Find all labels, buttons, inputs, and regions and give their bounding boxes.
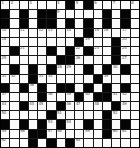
block-cell bbox=[47, 10, 55, 18]
grid-cell[interactable] bbox=[131, 29, 139, 37]
grid-cell[interactable]: 21 bbox=[20, 47, 28, 55]
clue-number: 63 bbox=[76, 139, 81, 143]
block-cell bbox=[1, 19, 9, 27]
grid-cell[interactable] bbox=[112, 120, 120, 128]
grid-cell[interactable]: 28 bbox=[57, 65, 65, 73]
grid-cell[interactable]: 25 bbox=[1, 56, 9, 64]
grid-cell[interactable] bbox=[75, 111, 83, 119]
grid-cell[interactable] bbox=[131, 56, 139, 64]
clue-number: 13 bbox=[48, 29, 53, 33]
grid-cell[interactable] bbox=[29, 10, 37, 18]
block-cell bbox=[84, 29, 92, 37]
grid-cell[interactable]: 1 bbox=[1, 1, 9, 9]
clue-number: 29 bbox=[66, 65, 71, 69]
grid-cell[interactable] bbox=[38, 1, 46, 9]
grid-cell[interactable] bbox=[131, 19, 139, 27]
grid-cell[interactable] bbox=[75, 29, 83, 37]
grid-cell[interactable] bbox=[103, 1, 111, 9]
grid-cell[interactable] bbox=[131, 130, 139, 138]
block-cell bbox=[84, 65, 92, 73]
block-cell bbox=[121, 120, 129, 128]
block-cell bbox=[29, 139, 37, 147]
grid-cell[interactable] bbox=[1, 65, 9, 73]
grid-cell[interactable] bbox=[66, 111, 74, 119]
grid-cell[interactable]: 27 bbox=[121, 56, 129, 64]
clue-number: 6 bbox=[94, 1, 96, 5]
grid-cell[interactable]: 14 bbox=[66, 29, 74, 37]
grid-cell[interactable] bbox=[94, 38, 102, 46]
grid-cell[interactable] bbox=[94, 139, 102, 147]
block-cell bbox=[20, 10, 28, 18]
grid-cell[interactable] bbox=[75, 130, 83, 138]
grid-cell[interactable] bbox=[57, 139, 65, 147]
grid-cell[interactable] bbox=[112, 84, 120, 92]
block-cell bbox=[10, 65, 18, 73]
grid-cell[interactable] bbox=[94, 130, 102, 138]
grid-cell[interactable]: 5 bbox=[75, 1, 83, 9]
block-cell bbox=[103, 65, 111, 73]
grid-cell[interactable] bbox=[10, 38, 18, 46]
block-cell bbox=[66, 1, 74, 9]
grid-cell[interactable]: 39 bbox=[66, 93, 74, 101]
clue-number: 42 bbox=[122, 93, 127, 97]
block-cell bbox=[20, 102, 28, 110]
clue-number: 7 bbox=[113, 1, 115, 5]
grid-cell[interactable] bbox=[75, 120, 83, 128]
block-cell bbox=[66, 56, 74, 64]
grid-cell[interactable] bbox=[10, 84, 18, 92]
grid-cell[interactable] bbox=[29, 93, 37, 101]
grid-cell[interactable] bbox=[131, 93, 139, 101]
clue-number: 52 bbox=[113, 111, 118, 115]
block-cell bbox=[103, 84, 111, 92]
grid-cell[interactable]: 53 bbox=[47, 120, 55, 128]
clue-number: 30 bbox=[113, 65, 118, 69]
block-cell bbox=[38, 130, 46, 138]
grid-cell[interactable]: 52 bbox=[112, 111, 120, 119]
clue-number: 32 bbox=[11, 75, 16, 79]
grid-cell[interactable] bbox=[10, 102, 18, 110]
grid-cell[interactable] bbox=[10, 111, 18, 119]
clue-number: 57 bbox=[48, 130, 53, 134]
grid-cell[interactable] bbox=[112, 29, 120, 37]
clue-number: 25 bbox=[2, 56, 7, 60]
clue-number: 56 bbox=[20, 130, 25, 134]
clue-number: 20 bbox=[122, 38, 127, 42]
clue-number: 47 bbox=[76, 102, 81, 106]
grid-cell[interactable] bbox=[57, 29, 65, 37]
grid-cell[interactable]: 15 bbox=[94, 29, 102, 37]
block-cell bbox=[20, 19, 28, 27]
clue-number: 44 bbox=[29, 102, 34, 106]
grid-cell[interactable] bbox=[131, 65, 139, 73]
grid-cell[interactable] bbox=[66, 38, 74, 46]
grid-cell[interactable] bbox=[131, 84, 139, 92]
grid-cell[interactable]: 13 bbox=[47, 29, 55, 37]
block-cell bbox=[84, 1, 92, 9]
grid-cell[interactable] bbox=[94, 19, 102, 27]
block-cell bbox=[112, 47, 120, 55]
grid-cell[interactable] bbox=[47, 1, 55, 9]
grid-cell[interactable] bbox=[38, 56, 46, 64]
grid-cell[interactable]: 31 bbox=[1, 75, 9, 83]
grid-cell[interactable]: 17 bbox=[121, 29, 129, 37]
grid-cell[interactable] bbox=[121, 111, 129, 119]
block-cell bbox=[38, 10, 46, 18]
clue-number: 58 bbox=[57, 130, 62, 134]
grid-cell[interactable]: 12 bbox=[38, 29, 46, 37]
grid-cell[interactable] bbox=[38, 111, 46, 119]
grid-cell[interactable] bbox=[47, 84, 55, 92]
clue-number: 50 bbox=[2, 111, 7, 115]
block-cell bbox=[1, 84, 9, 92]
grid-cell[interactable]: 20 bbox=[121, 38, 129, 46]
grid-cell[interactable] bbox=[112, 75, 120, 83]
grid-cell[interactable] bbox=[47, 102, 55, 110]
grid-cell[interactable]: 43 bbox=[1, 102, 9, 110]
grid-cell[interactable]: 40 bbox=[84, 93, 92, 101]
grid-cell[interactable] bbox=[57, 93, 65, 101]
block-cell bbox=[20, 120, 28, 128]
clue-number: 14 bbox=[66, 29, 71, 33]
grid-cell[interactable] bbox=[20, 1, 28, 9]
grid-cell[interactable] bbox=[20, 38, 28, 46]
grid-cell[interactable] bbox=[75, 65, 83, 73]
grid-cell[interactable] bbox=[38, 139, 46, 147]
grid-cell[interactable] bbox=[1, 47, 9, 55]
grid-cell[interactable]: 48 bbox=[94, 102, 102, 110]
grid-cell[interactable]: 7 bbox=[112, 1, 120, 9]
clue-number: 38 bbox=[48, 93, 53, 97]
grid-cell[interactable] bbox=[75, 84, 83, 92]
grid-cell[interactable] bbox=[103, 38, 111, 46]
clue-number: 39 bbox=[66, 93, 71, 97]
grid-cell[interactable] bbox=[10, 10, 18, 18]
grid-cell[interactable]: 49 bbox=[121, 102, 129, 110]
grid-cell[interactable] bbox=[131, 102, 139, 110]
grid-cell[interactable]: 2 bbox=[10, 1, 18, 9]
clue-number: 53 bbox=[48, 120, 53, 124]
block-cell bbox=[121, 84, 129, 92]
grid-cell[interactable] bbox=[66, 10, 74, 18]
clue-number: 62 bbox=[2, 139, 7, 143]
clue-number: 51 bbox=[57, 111, 62, 115]
grid-cell[interactable]: 30 bbox=[112, 65, 120, 73]
grid-cell[interactable] bbox=[94, 111, 102, 119]
block-cell bbox=[10, 47, 18, 55]
grid-cell[interactable] bbox=[94, 120, 102, 128]
block-cell bbox=[75, 38, 83, 46]
grid-cell[interactable] bbox=[131, 139, 139, 147]
grid-cell[interactable] bbox=[121, 1, 129, 9]
block-cell bbox=[57, 102, 65, 110]
block-cell bbox=[121, 19, 129, 27]
block-cell bbox=[57, 56, 65, 64]
clue-number: 19 bbox=[85, 38, 90, 42]
clue-number: 28 bbox=[57, 65, 62, 69]
grid-cell[interactable]: 45 bbox=[38, 102, 46, 110]
clue-number: 54 bbox=[66, 120, 71, 124]
grid-cell[interactable] bbox=[29, 29, 37, 37]
grid-cell[interactable] bbox=[29, 38, 37, 46]
grid-cell[interactable] bbox=[57, 75, 65, 83]
clue-number: 37 bbox=[2, 93, 7, 97]
grid-cell[interactable] bbox=[103, 47, 111, 55]
grid-cell[interactable] bbox=[103, 102, 111, 110]
clue-number: 60 bbox=[113, 130, 118, 134]
block-cell bbox=[84, 84, 92, 92]
grid-cell[interactable]: 61 bbox=[121, 130, 129, 138]
grid-cell[interactable] bbox=[38, 38, 46, 46]
block-cell bbox=[1, 120, 9, 128]
grid-cell[interactable] bbox=[84, 111, 92, 119]
grid-cell[interactable]: 44 bbox=[29, 102, 37, 110]
grid-cell[interactable] bbox=[94, 10, 102, 18]
grid-cell[interactable] bbox=[57, 19, 65, 27]
grid-cell[interactable] bbox=[112, 139, 120, 147]
clue-number: 4 bbox=[57, 1, 59, 5]
grid-cell[interactable]: 37 bbox=[1, 93, 9, 101]
grid-cell[interactable]: 18 bbox=[1, 38, 9, 46]
grid-cell[interactable] bbox=[10, 29, 18, 37]
grid-cell[interactable] bbox=[57, 38, 65, 46]
grid-cell[interactable]: 60 bbox=[112, 130, 120, 138]
block-cell bbox=[75, 93, 83, 101]
block-cell bbox=[66, 84, 74, 92]
block-cell bbox=[47, 47, 55, 55]
clue-number: 48 bbox=[94, 102, 99, 106]
grid-cell[interactable]: 56 bbox=[20, 130, 28, 138]
block-cell bbox=[112, 102, 120, 110]
grid-cell[interactable]: 58 bbox=[57, 130, 65, 138]
grid-cell[interactable] bbox=[20, 111, 28, 119]
grid-cell[interactable] bbox=[131, 75, 139, 83]
clue-number: 8 bbox=[131, 1, 133, 5]
grid-cell[interactable] bbox=[29, 19, 37, 27]
grid-cell[interactable] bbox=[103, 56, 111, 64]
block-cell bbox=[47, 65, 55, 73]
clue-number: 24 bbox=[122, 47, 127, 51]
clue-number: 12 bbox=[39, 29, 44, 33]
clue-number: 2 bbox=[11, 1, 13, 5]
clue-number: 55 bbox=[2, 130, 7, 134]
grid-cell[interactable] bbox=[29, 120, 37, 128]
grid-cell[interactable]: 63 bbox=[75, 139, 83, 147]
grid-cell[interactable]: 35 bbox=[103, 75, 111, 83]
grid-cell[interactable] bbox=[121, 139, 129, 147]
grid-cell[interactable] bbox=[94, 84, 102, 92]
grid-cell[interactable] bbox=[75, 19, 83, 27]
clue-number: 43 bbox=[2, 102, 7, 106]
clue-number: 11 bbox=[20, 29, 25, 33]
grid-cell[interactable]: 23 bbox=[94, 47, 102, 55]
clue-number: 61 bbox=[122, 130, 127, 134]
grid-cell[interactable] bbox=[94, 56, 102, 64]
clue-number: 59 bbox=[85, 130, 90, 134]
clue-number: 22 bbox=[76, 47, 81, 51]
grid-cell[interactable] bbox=[10, 56, 18, 64]
grid-cell[interactable] bbox=[10, 19, 18, 27]
grid-cell[interactable] bbox=[57, 47, 65, 55]
block-cell bbox=[103, 10, 111, 18]
crossword-grid: 1234567891011121314151617181920212223242… bbox=[0, 0, 140, 148]
grid-cell[interactable] bbox=[103, 139, 111, 147]
grid-cell[interactable]: 34 bbox=[47, 75, 55, 83]
grid-cell[interactable] bbox=[75, 10, 83, 18]
grid-cell[interactable] bbox=[131, 111, 139, 119]
clue-number: 36 bbox=[29, 84, 34, 88]
grid-cell[interactable] bbox=[121, 75, 129, 83]
clue-number: 40 bbox=[85, 93, 90, 97]
block-cell bbox=[57, 120, 65, 128]
grid-cell[interactable]: 16 bbox=[103, 29, 111, 37]
grid-cell[interactable] bbox=[112, 10, 120, 18]
clue-number: 21 bbox=[20, 47, 25, 51]
block-cell bbox=[84, 120, 92, 128]
grid-cell[interactable] bbox=[20, 75, 28, 83]
grid-cell[interactable] bbox=[10, 130, 18, 138]
block-cell bbox=[103, 111, 111, 119]
block-cell bbox=[1, 10, 9, 18]
grid-cell[interactable]: 47 bbox=[75, 102, 83, 110]
clue-number: 33 bbox=[39, 75, 44, 79]
grid-cell[interactable]: 6 bbox=[94, 1, 102, 9]
clue-number: 17 bbox=[122, 29, 127, 33]
clue-number: 45 bbox=[39, 102, 44, 106]
grid-cell[interactable] bbox=[38, 47, 46, 55]
block-cell bbox=[94, 75, 102, 83]
grid-cell[interactable] bbox=[20, 93, 28, 101]
block-cell bbox=[103, 93, 111, 101]
block-cell bbox=[103, 130, 111, 138]
grid-cell[interactable] bbox=[84, 56, 92, 64]
grid-cell[interactable] bbox=[10, 139, 18, 147]
block-cell bbox=[103, 120, 111, 128]
clue-number: 23 bbox=[94, 47, 99, 51]
grid-cell[interactable] bbox=[94, 65, 102, 73]
block-cell bbox=[29, 75, 37, 83]
grid-cell[interactable]: 46 bbox=[66, 102, 74, 110]
grid-cell[interactable] bbox=[84, 75, 92, 83]
grid-cell[interactable]: 57 bbox=[47, 130, 55, 138]
block-cell bbox=[47, 139, 55, 147]
clue-number: 15 bbox=[94, 29, 99, 33]
clue-number: 1 bbox=[2, 1, 4, 5]
grid-cell[interactable] bbox=[131, 47, 139, 55]
grid-cell[interactable] bbox=[29, 111, 37, 119]
grid-cell[interactable]: 10 bbox=[1, 29, 9, 37]
grid-cell[interactable] bbox=[29, 56, 37, 64]
grid-cell[interactable] bbox=[10, 93, 18, 101]
block-cell bbox=[112, 38, 120, 46]
grid-cell[interactable] bbox=[84, 10, 92, 18]
clue-number: 3 bbox=[29, 1, 31, 5]
grid-cell[interactable]: 29 bbox=[66, 65, 74, 73]
grid-cell[interactable]: 42 bbox=[121, 93, 129, 101]
grid-cell[interactable]: 33 bbox=[38, 75, 46, 83]
grid-cell[interactable] bbox=[10, 120, 18, 128]
grid-cell[interactable] bbox=[131, 10, 139, 18]
grid-cell[interactable]: 3 bbox=[29, 1, 37, 9]
grid-cell[interactable] bbox=[47, 56, 55, 64]
grid-cell[interactable]: 32 bbox=[10, 75, 18, 83]
grid-cell[interactable]: 50 bbox=[1, 111, 9, 119]
block-cell bbox=[94, 93, 102, 101]
grid-cell[interactable]: 62 bbox=[1, 139, 9, 147]
grid-cell[interactable] bbox=[66, 75, 74, 83]
grid-cell[interactable]: 41 bbox=[112, 93, 120, 101]
grid-cell[interactable] bbox=[66, 130, 74, 138]
block-cell bbox=[38, 120, 46, 128]
clue-number: 31 bbox=[2, 75, 7, 79]
block-cell bbox=[66, 19, 74, 27]
clue-number: 26 bbox=[76, 56, 81, 60]
block-cell bbox=[38, 84, 46, 92]
grid-cell[interactable]: 59 bbox=[84, 130, 92, 138]
grid-cell[interactable]: 51 bbox=[57, 111, 65, 119]
block-cell bbox=[66, 139, 74, 147]
clue-number: 10 bbox=[2, 29, 7, 33]
block-cell bbox=[20, 84, 28, 92]
grid-cell[interactable] bbox=[20, 65, 28, 73]
block-cell bbox=[47, 19, 55, 27]
clue-number: 9 bbox=[57, 10, 59, 14]
grid-cell[interactable]: 9 bbox=[57, 10, 65, 18]
clue-number: 27 bbox=[122, 56, 127, 60]
grid-cell[interactable] bbox=[131, 120, 139, 128]
grid-cell[interactable]: 19 bbox=[84, 38, 92, 46]
block-cell bbox=[103, 19, 111, 27]
block-cell bbox=[29, 130, 37, 138]
clue-number: 34 bbox=[48, 75, 53, 79]
grid-cell[interactable] bbox=[20, 139, 28, 147]
block-cell bbox=[38, 19, 46, 27]
grid-cell[interactable] bbox=[131, 38, 139, 46]
grid-cell[interactable] bbox=[75, 75, 83, 83]
grid-cell[interactable]: 55 bbox=[1, 130, 9, 138]
block-cell bbox=[84, 19, 92, 27]
clue-number: 41 bbox=[113, 93, 118, 97]
clue-number: 18 bbox=[2, 38, 7, 42]
block-cell bbox=[57, 84, 65, 92]
grid-cell[interactable]: 38 bbox=[47, 93, 55, 101]
block-cell bbox=[84, 47, 92, 55]
grid-cell[interactable] bbox=[84, 102, 92, 110]
grid-cell[interactable] bbox=[20, 56, 28, 64]
grid-cell[interactable]: 22 bbox=[75, 47, 83, 55]
grid-cell[interactable]: 11 bbox=[20, 29, 28, 37]
grid-cell[interactable]: 8 bbox=[131, 1, 139, 9]
block-cell bbox=[121, 10, 129, 18]
grid-cell[interactable]: 54 bbox=[66, 120, 74, 128]
block-cell bbox=[47, 111, 55, 119]
block-cell bbox=[121, 65, 129, 73]
grid-cell[interactable] bbox=[84, 139, 92, 147]
block-cell bbox=[38, 93, 46, 101]
clue-number: 46 bbox=[66, 102, 71, 106]
grid-cell[interactable]: 36 bbox=[29, 84, 37, 92]
clue-number: 49 bbox=[122, 102, 127, 106]
grid-cell[interactable] bbox=[38, 65, 46, 73]
grid-cell[interactable] bbox=[29, 47, 37, 55]
grid-cell[interactable]: 24 bbox=[121, 47, 129, 55]
clue-number: 35 bbox=[103, 75, 108, 79]
grid-cell[interactable]: 26 bbox=[75, 56, 83, 64]
clue-number: 5 bbox=[76, 1, 78, 5]
grid-cell[interactable] bbox=[112, 19, 120, 27]
grid-cell[interactable]: 4 bbox=[57, 1, 65, 9]
grid-cell[interactable] bbox=[47, 38, 55, 46]
